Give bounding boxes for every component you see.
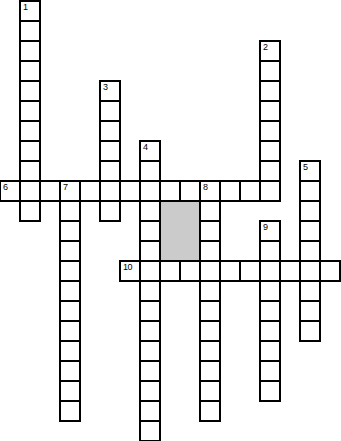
grid-cell[interactable]	[19, 140, 41, 162]
grid-cell[interactable]	[299, 240, 321, 262]
grid-cell[interactable]	[199, 200, 221, 222]
grid-cell[interactable]	[139, 200, 161, 222]
grid-cell[interactable]	[139, 320, 161, 342]
grid-cell[interactable]	[299, 300, 321, 322]
grid-cell[interactable]	[299, 180, 321, 202]
grid-cell[interactable]: 7	[59, 180, 81, 202]
grid-cell[interactable]	[259, 380, 281, 402]
grid-cell[interactable]	[59, 200, 81, 222]
grid-cell[interactable]	[139, 160, 161, 182]
grid-cell[interactable]	[259, 180, 281, 202]
grid-cell[interactable]: 6	[0, 180, 21, 202]
grid-cell[interactable]	[59, 340, 81, 362]
grid-cell[interactable]	[59, 400, 81, 422]
clue-number: 6	[3, 182, 8, 193]
grid-cell[interactable]	[99, 160, 121, 182]
grid-cell[interactable]	[199, 340, 221, 362]
grid-cell[interactable]	[299, 200, 321, 222]
grid-cell[interactable]	[99, 140, 121, 162]
grid-cell[interactable]	[139, 280, 161, 302]
grid-cell[interactable]	[139, 420, 161, 441]
grid-cell[interactable]	[59, 380, 81, 402]
grid-cell[interactable]	[259, 300, 281, 322]
grid-cell[interactable]	[199, 320, 221, 342]
grid-cell[interactable]	[19, 180, 41, 202]
shaded-block	[159, 200, 201, 262]
crossword-page: 12345678910	[0, 0, 341, 441]
grid-cell[interactable]	[99, 200, 121, 222]
grid-cell[interactable]	[259, 120, 281, 142]
crossword-board: 12345678910	[0, 0, 341, 441]
grid-cell[interactable]: 8	[199, 180, 221, 202]
grid-cell[interactable]	[139, 300, 161, 322]
grid-cell[interactable]: 4	[139, 140, 161, 162]
grid-cell[interactable]	[19, 100, 41, 122]
clue-number: 2	[263, 42, 268, 53]
grid-cell[interactable]	[199, 220, 221, 242]
grid-cell[interactable]	[59, 300, 81, 322]
grid-cell[interactable]	[59, 220, 81, 242]
grid-cell[interactable]	[259, 60, 281, 82]
clue-number: 10	[123, 262, 132, 273]
grid-cell[interactable]	[199, 380, 221, 402]
grid-cell[interactable]	[139, 220, 161, 242]
grid-cell[interactable]	[199, 260, 221, 282]
grid-cell[interactable]	[19, 80, 41, 102]
grid-cell[interactable]	[259, 320, 281, 342]
grid-cell[interactable]	[279, 260, 301, 282]
grid-cell[interactable]: 1	[19, 0, 41, 22]
grid-cell[interactable]	[299, 220, 321, 242]
grid-cell[interactable]	[199, 400, 221, 422]
grid-cell[interactable]	[99, 100, 121, 122]
grid-cell[interactable]	[139, 400, 161, 422]
grid-cell[interactable]	[179, 260, 201, 282]
grid-cell[interactable]	[79, 180, 101, 202]
grid-cell[interactable]	[39, 180, 61, 202]
grid-cell[interactable]	[139, 260, 161, 282]
grid-cell[interactable]	[199, 300, 221, 322]
grid-cell[interactable]	[199, 280, 221, 302]
grid-cell[interactable]	[259, 160, 281, 182]
grid-cell[interactable]: 10	[119, 260, 141, 282]
grid-cell[interactable]	[259, 80, 281, 102]
grid-cell[interactable]	[139, 180, 161, 202]
grid-cell[interactable]	[319, 260, 341, 282]
grid-cell[interactable]	[59, 360, 81, 382]
clue-number: 4	[143, 142, 148, 153]
grid-cell[interactable]	[139, 240, 161, 262]
grid-cell[interactable]	[199, 360, 221, 382]
grid-cell[interactable]	[19, 200, 41, 222]
grid-cell[interactable]: 9	[259, 220, 281, 242]
grid-cell[interactable]	[19, 40, 41, 62]
grid-cell[interactable]	[59, 320, 81, 342]
clue-number: 3	[103, 82, 108, 93]
grid-cell[interactable]	[179, 180, 201, 202]
grid-cell[interactable]	[219, 260, 241, 282]
grid-cell[interactable]	[239, 180, 261, 202]
grid-cell[interactable]	[259, 280, 281, 302]
grid-cell[interactable]	[219, 180, 241, 202]
grid-cell[interactable]	[19, 20, 41, 42]
grid-cell[interactable]: 3	[99, 80, 121, 102]
grid-cell[interactable]	[19, 160, 41, 182]
grid-cell[interactable]: 2	[259, 40, 281, 62]
grid-cell[interactable]	[139, 360, 161, 382]
grid-cell[interactable]	[99, 180, 121, 202]
grid-cell[interactable]	[259, 240, 281, 262]
grid-cell[interactable]	[119, 180, 141, 202]
grid-cell[interactable]	[259, 260, 281, 282]
grid-cell[interactable]	[299, 280, 321, 302]
grid-cell[interactable]	[259, 140, 281, 162]
grid-cell[interactable]	[259, 360, 281, 382]
grid-cell[interactable]	[59, 260, 81, 282]
grid-cell[interactable]	[99, 120, 121, 142]
grid-cell[interactable]	[259, 100, 281, 122]
grid-cell[interactable]: 5	[299, 160, 321, 182]
grid-cell[interactable]	[159, 260, 181, 282]
grid-cell[interactable]	[239, 260, 261, 282]
grid-cell[interactable]	[19, 60, 41, 82]
grid-cell[interactable]	[299, 260, 321, 282]
grid-cell[interactable]	[59, 240, 81, 262]
clue-number: 5	[303, 162, 308, 173]
grid-cell[interactable]	[299, 320, 321, 342]
clue-number: 8	[203, 182, 208, 193]
clue-number: 1	[23, 2, 28, 13]
clue-number: 7	[63, 182, 68, 193]
clue-number: 9	[263, 222, 268, 233]
grid-cell[interactable]	[159, 180, 181, 202]
grid-cell[interactable]	[59, 280, 81, 302]
grid-cell[interactable]	[259, 340, 281, 362]
grid-cell[interactable]	[139, 340, 161, 362]
grid-cell[interactable]	[139, 380, 161, 402]
grid-cell[interactable]	[19, 120, 41, 142]
grid-cell[interactable]	[199, 240, 221, 262]
